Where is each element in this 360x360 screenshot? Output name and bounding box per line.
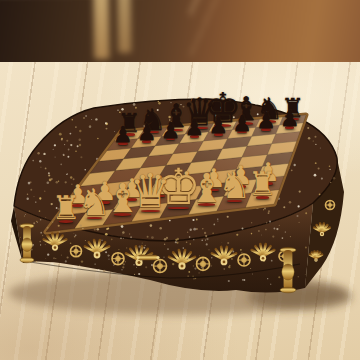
medallion-inlay-icon [197, 257, 210, 270]
medallion-inlay-icon [154, 260, 167, 273]
chess-photo-scene: ♜♞♝♚♟♛♟♝♟♞♟♜♟♟♟♟♟♟♟♟♟♜♟♞♟♝♟♚♛♝♞♜ [0, 0, 360, 360]
drawer-handle [136, 255, 159, 260]
medallion-inlay-icon [112, 253, 124, 265]
medallion-inlay-icon [71, 246, 82, 257]
medallion-inlay-icon [238, 254, 250, 266]
medallion-inlay-icon [326, 201, 335, 210]
chess-board [0, 0, 360, 360]
